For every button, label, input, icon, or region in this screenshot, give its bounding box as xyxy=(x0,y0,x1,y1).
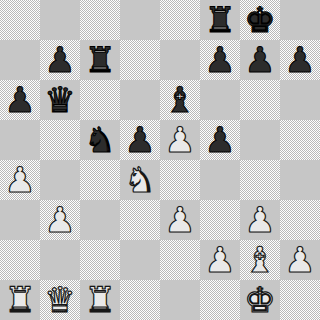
square-e8[interactable] xyxy=(160,0,200,40)
white-rook-icon: ♜ xyxy=(0,280,40,320)
square-e5[interactable]: ♟ xyxy=(160,120,200,160)
square-h2[interactable]: ♟ xyxy=(280,240,320,280)
square-a3[interactable] xyxy=(0,200,40,240)
square-g8[interactable]: ♚ xyxy=(240,0,280,40)
square-c2[interactable] xyxy=(80,240,120,280)
square-h6[interactable] xyxy=(280,80,320,120)
white-pawn-icon: ♟ xyxy=(240,200,280,240)
black-pawn-icon: ♟ xyxy=(120,120,160,160)
square-c4[interactable] xyxy=(80,160,120,200)
square-h4[interactable] xyxy=(280,160,320,200)
square-f4[interactable] xyxy=(200,160,240,200)
square-a6[interactable]: ♟ xyxy=(0,80,40,120)
square-h3[interactable] xyxy=(280,200,320,240)
square-e3[interactable]: ♟ xyxy=(160,200,200,240)
square-d8[interactable] xyxy=(120,0,160,40)
square-c7[interactable]: ♜ xyxy=(80,40,120,80)
square-d1[interactable] xyxy=(120,280,160,320)
black-pawn-icon: ♟ xyxy=(0,80,40,120)
square-a1[interactable]: ♜ xyxy=(0,280,40,320)
white-pawn-icon: ♟ xyxy=(280,240,320,280)
black-pawn-icon: ♟ xyxy=(200,40,240,80)
white-pawn-icon: ♟ xyxy=(0,160,40,200)
black-rook-icon: ♜ xyxy=(200,0,240,40)
square-h7[interactable]: ♟ xyxy=(280,40,320,80)
square-d2[interactable] xyxy=(120,240,160,280)
square-c6[interactable] xyxy=(80,80,120,120)
square-a5[interactable] xyxy=(0,120,40,160)
chess-board: ♜♚♟♜♟♟♟♟♛♝♞♟♟♟♟♞♟♟♟♟♝♟♜♛♜♚ xyxy=(0,0,320,320)
square-d5[interactable]: ♟ xyxy=(120,120,160,160)
square-e7[interactable] xyxy=(160,40,200,80)
square-c5[interactable]: ♞ xyxy=(80,120,120,160)
white-queen-icon: ♛ xyxy=(40,280,80,320)
white-pawn-icon: ♟ xyxy=(200,240,240,280)
square-g1[interactable]: ♚ xyxy=(240,280,280,320)
square-g2[interactable]: ♝ xyxy=(240,240,280,280)
white-bishop-icon: ♝ xyxy=(240,240,280,280)
square-f5[interactable]: ♟ xyxy=(200,120,240,160)
square-d7[interactable] xyxy=(120,40,160,80)
square-f3[interactable] xyxy=(200,200,240,240)
black-rook-icon: ♜ xyxy=(80,40,120,80)
white-king-icon: ♚ xyxy=(240,280,280,320)
square-b2[interactable] xyxy=(40,240,80,280)
square-d3[interactable] xyxy=(120,200,160,240)
square-a4[interactable]: ♟ xyxy=(0,160,40,200)
square-g4[interactable] xyxy=(240,160,280,200)
white-pawn-icon: ♟ xyxy=(40,200,80,240)
square-f1[interactable] xyxy=(200,280,240,320)
square-b5[interactable] xyxy=(40,120,80,160)
square-g6[interactable] xyxy=(240,80,280,120)
square-c1[interactable]: ♜ xyxy=(80,280,120,320)
square-h8[interactable] xyxy=(280,0,320,40)
black-king-icon: ♚ xyxy=(240,0,280,40)
black-pawn-icon: ♟ xyxy=(280,40,320,80)
square-f7[interactable]: ♟ xyxy=(200,40,240,80)
square-b7[interactable]: ♟ xyxy=(40,40,80,80)
square-h1[interactable] xyxy=(280,280,320,320)
white-knight-icon: ♞ xyxy=(120,160,160,200)
square-h5[interactable] xyxy=(280,120,320,160)
square-b4[interactable] xyxy=(40,160,80,200)
square-d6[interactable] xyxy=(120,80,160,120)
square-g7[interactable]: ♟ xyxy=(240,40,280,80)
square-e1[interactable] xyxy=(160,280,200,320)
white-pawn-icon: ♟ xyxy=(160,200,200,240)
square-f2[interactable]: ♟ xyxy=(200,240,240,280)
square-a2[interactable] xyxy=(0,240,40,280)
square-e2[interactable] xyxy=(160,240,200,280)
black-pawn-icon: ♟ xyxy=(200,120,240,160)
white-pawn-icon: ♟ xyxy=(160,120,200,160)
white-rook-icon: ♜ xyxy=(80,280,120,320)
square-a7[interactable] xyxy=(0,40,40,80)
square-f8[interactable]: ♜ xyxy=(200,0,240,40)
square-e4[interactable] xyxy=(160,160,200,200)
square-c8[interactable] xyxy=(80,0,120,40)
black-bishop-icon: ♝ xyxy=(160,80,200,120)
square-b6[interactable]: ♛ xyxy=(40,80,80,120)
black-queen-icon: ♛ xyxy=(40,80,80,120)
square-f6[interactable] xyxy=(200,80,240,120)
square-b8[interactable] xyxy=(40,0,80,40)
square-d4[interactable]: ♞ xyxy=(120,160,160,200)
square-b3[interactable]: ♟ xyxy=(40,200,80,240)
square-c3[interactable] xyxy=(80,200,120,240)
square-b1[interactable]: ♛ xyxy=(40,280,80,320)
square-g3[interactable]: ♟ xyxy=(240,200,280,240)
square-g5[interactable] xyxy=(240,120,280,160)
square-a8[interactable] xyxy=(0,0,40,40)
black-pawn-icon: ♟ xyxy=(40,40,80,80)
square-e6[interactable]: ♝ xyxy=(160,80,200,120)
black-pawn-icon: ♟ xyxy=(240,40,280,80)
black-knight-icon: ♞ xyxy=(80,120,120,160)
